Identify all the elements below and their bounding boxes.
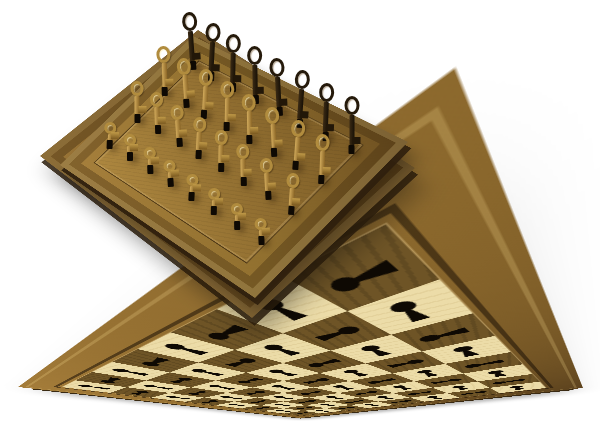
key-piece-gold-r3c7[interactable]: [260, 158, 275, 201]
keyhole-icon: [162, 342, 211, 356]
key-bow: [170, 104, 184, 120]
keyhole-icon: [98, 377, 124, 384]
key-slot: [259, 236, 265, 245]
keyhole-icon: [189, 368, 226, 376]
key-piece-gold-r3c4[interactable]: [191, 117, 206, 160]
keyhole-icon: [341, 369, 371, 377]
keyhole-icon: [204, 323, 251, 341]
keyhole-icon: [269, 385, 297, 390]
key-piece-gold-r4c1[interactable]: [104, 122, 117, 149]
key-bow: [295, 69, 311, 89]
key-bow: [260, 158, 274, 174]
keyhole-icon: [206, 384, 236, 390]
keyhole-icon: [200, 400, 220, 403]
key-bow: [220, 81, 234, 98]
key-bit: [158, 117, 166, 124]
key-bow: [214, 130, 227, 145]
key-piece-gold-r3c6[interactable]: [237, 144, 251, 186]
key-bit: [221, 155, 229, 162]
key-bit: [179, 129, 187, 137]
key-piece-gold-r4c3[interactable]: [143, 147, 156, 174]
key-slot: [234, 221, 240, 230]
key-bit: [171, 170, 179, 178]
key-slot: [217, 163, 223, 172]
keyhole-icon: [414, 369, 441, 377]
key-bit: [228, 114, 236, 121]
keyhole-icon: [390, 400, 414, 403]
scene: [0, 0, 600, 430]
key-bit: [234, 75, 242, 82]
keyhole-icon: [243, 391, 268, 396]
keyhole-icon: [249, 400, 270, 403]
key-bow: [247, 45, 262, 64]
key-bit: [193, 53, 201, 61]
keyhole-icon: [357, 344, 394, 357]
key-slot: [195, 150, 201, 159]
keyhole-icon: [450, 345, 482, 358]
key-bit: [138, 106, 146, 113]
key-bow: [157, 46, 172, 63]
key-bow: [344, 96, 359, 115]
key-slot: [247, 135, 253, 144]
keyhole-icon: [425, 396, 443, 400]
key-piece-gold-r3c5[interactable]: [214, 130, 228, 172]
keyhole-icon: [261, 343, 304, 356]
key-piece-dark-r1c7[interactable]: [317, 83, 334, 141]
key-bow: [319, 83, 335, 103]
key-slot: [127, 152, 133, 161]
key-slot: [188, 192, 194, 201]
keyhole-icon: [331, 385, 356, 390]
key-bow: [205, 23, 221, 43]
keyhole-icon: [391, 385, 414, 390]
key-piece-gold-r2c1[interactable]: [157, 46, 173, 96]
keyhole-icon: [266, 369, 300, 377]
keyhole-icon: [77, 384, 112, 390]
key-piece-gold-r3c2[interactable]: [150, 92, 164, 134]
key-bow: [264, 106, 279, 124]
keyhole-icon: [508, 385, 527, 390]
keyhole-icon: [325, 258, 402, 295]
key-bit: [111, 132, 119, 139]
key-bit: [205, 102, 213, 109]
key-piece-gold-r4c6[interactable]: [208, 188, 220, 215]
key-bit: [215, 198, 223, 205]
key-bow: [269, 57, 285, 77]
key-piece-gold-r4c4[interactable]: [163, 160, 177, 188]
key-bit: [274, 139, 282, 146]
keyhole-icon: [223, 357, 259, 367]
key-bit: [352, 137, 360, 144]
key-slot: [349, 145, 355, 154]
keyhole-icon: [110, 368, 151, 376]
key-bow: [131, 81, 144, 96]
keyhole-icon: [142, 384, 175, 390]
key-bow: [176, 57, 191, 75]
key-bow: [226, 34, 241, 53]
keyhole-icon: [218, 396, 243, 400]
key-bit: [238, 213, 246, 220]
key-slot: [183, 98, 190, 107]
key-bit: [296, 153, 304, 161]
key-slot: [292, 161, 299, 170]
key-bow: [237, 144, 250, 159]
key-bit: [279, 98, 287, 105]
key-slot: [162, 87, 168, 96]
key-bow: [193, 117, 207, 133]
keyhole-icon: [235, 377, 264, 384]
key-piece-gold-r4c2[interactable]: [124, 134, 136, 161]
keyhole-icon: [459, 391, 488, 395]
keyhole-icon: [294, 412, 311, 414]
keyhole-icon: [324, 396, 346, 400]
keyhole-icon: [366, 378, 398, 384]
keyhole-icon: [227, 404, 249, 407]
key-bow: [150, 92, 164, 107]
key-piece-gold-r4c7[interactable]: [231, 203, 243, 230]
key-slot: [168, 178, 175, 187]
key-piece-gold-r3c8[interactable]: [284, 172, 300, 215]
keyhole-icon: [486, 370, 510, 378]
key-bit: [262, 228, 270, 235]
key-piece-gold-r2c6[interactable]: [264, 106, 281, 157]
keyhole-icon: [167, 377, 195, 384]
key-bit: [130, 144, 138, 151]
key-bit: [166, 79, 174, 86]
keyhole-icon: [416, 326, 472, 343]
key-bit: [192, 184, 200, 191]
keyhole-icon: [312, 325, 364, 342]
keyhole-icon: [164, 396, 191, 400]
keyhole-icon: [363, 404, 381, 407]
keyhole-icon: [139, 357, 173, 367]
key-bit: [268, 183, 276, 190]
key-slot: [318, 175, 324, 184]
key-slot: [287, 205, 294, 214]
keyhole-icon: [314, 410, 331, 412]
key-bit: [322, 167, 330, 174]
key-bow: [182, 12, 198, 32]
key-bit: [199, 142, 207, 149]
keyhole-icon: [385, 299, 434, 323]
key-slot: [175, 137, 182, 146]
key-bit: [186, 90, 194, 98]
key-bit: [326, 124, 334, 131]
key-piece-gold-r3c3[interactable]: [170, 104, 186, 147]
key-slot: [241, 177, 247, 186]
key-piece-gold-r3c1[interactable]: [131, 81, 144, 123]
key-slot: [147, 165, 153, 174]
key-bit: [301, 111, 309, 119]
key-bit: [250, 127, 258, 134]
key-bow: [286, 172, 300, 188]
key-slot: [211, 206, 217, 215]
keyhole-icon: [336, 407, 356, 410]
key-bow: [315, 134, 330, 151]
key-slot: [155, 125, 161, 134]
key-piece-gold-r2c2[interactable]: [176, 57, 193, 108]
keyhole-icon: [305, 358, 344, 368]
keyhole-icon: [298, 391, 324, 396]
key-bow: [290, 120, 305, 138]
keyhole-icon: [186, 390, 210, 395]
key-slot: [270, 148, 276, 157]
key-bow: [242, 94, 256, 111]
key-bit: [244, 169, 252, 176]
keyhole-icon: [301, 378, 332, 384]
keyhole-icon: [385, 359, 426, 369]
key-piece-gold-r2c8[interactable]: [314, 134, 330, 184]
key-slot: [134, 114, 140, 123]
key-slot: [107, 140, 113, 149]
keyhole-icon: [129, 390, 151, 395]
key-piece-gold-r2c4[interactable]: [220, 81, 235, 131]
key-bit: [292, 198, 300, 206]
key-bit: [256, 86, 264, 93]
key-bow: [199, 69, 214, 87]
key-piece-gold-r4c8[interactable]: [255, 218, 268, 246]
key-piece-gold-r4c5[interactable]: [185, 174, 198, 202]
keyhole-icon: [271, 396, 294, 400]
key-piece-dark-r1c8[interactable]: [344, 96, 359, 154]
key-bit: [150, 157, 158, 164]
key-piece-gold-r2c5[interactable]: [242, 94, 257, 144]
key-slot: [265, 191, 271, 200]
